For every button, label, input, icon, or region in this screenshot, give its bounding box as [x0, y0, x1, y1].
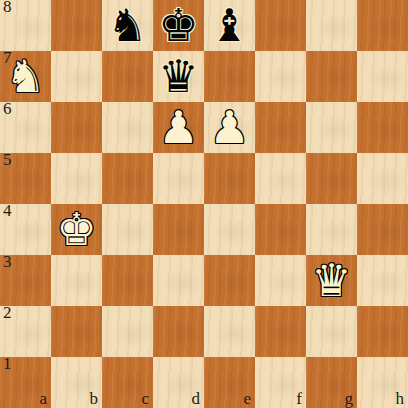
square-f4[interactable]	[255, 204, 306, 255]
square-c5[interactable]	[102, 153, 153, 204]
white-king-piece[interactable]: ♚	[56, 204, 96, 255]
square-e4[interactable]	[204, 204, 255, 255]
square-c8[interactable]: ♞	[102, 0, 153, 51]
chessboard: 8♞♚♝7♞♛6♟♟54♚3♛21abcdefgh	[0, 0, 408, 408]
square-b6[interactable]	[51, 102, 102, 153]
file-label-a: a	[39, 390, 47, 408]
square-a7[interactable]: 7♞	[0, 51, 51, 102]
square-f3[interactable]	[255, 255, 306, 306]
square-d4[interactable]	[153, 204, 204, 255]
square-b7[interactable]	[51, 51, 102, 102]
square-h1[interactable]: h	[357, 357, 408, 408]
square-f7[interactable]	[255, 51, 306, 102]
square-d3[interactable]	[153, 255, 204, 306]
square-d6[interactable]: ♟	[153, 102, 204, 153]
square-d2[interactable]	[153, 306, 204, 357]
square-c4[interactable]	[102, 204, 153, 255]
square-a4[interactable]: 4	[0, 204, 51, 255]
file-label-e: e	[243, 390, 251, 408]
square-e6[interactable]: ♟	[204, 102, 255, 153]
square-f8[interactable]	[255, 0, 306, 51]
square-b8[interactable]	[51, 0, 102, 51]
square-h3[interactable]	[357, 255, 408, 306]
square-e2[interactable]	[204, 306, 255, 357]
rank-label-2: 2	[3, 306, 12, 323]
file-label-d: d	[192, 390, 201, 408]
square-g2[interactable]	[306, 306, 357, 357]
square-g1[interactable]: g	[306, 357, 357, 408]
square-c3[interactable]	[102, 255, 153, 306]
file-label-f: f	[296, 390, 302, 408]
square-a2[interactable]: 2	[0, 306, 51, 357]
square-c1[interactable]: c	[102, 357, 153, 408]
square-h2[interactable]	[357, 306, 408, 357]
rank-label-4: 4	[3, 204, 12, 221]
file-label-b: b	[90, 390, 99, 408]
square-d5[interactable]	[153, 153, 204, 204]
square-h7[interactable]	[357, 51, 408, 102]
square-a8[interactable]: 8	[0, 0, 51, 51]
square-a6[interactable]: 6	[0, 102, 51, 153]
white-pawn-piece[interactable]: ♟	[209, 102, 249, 153]
square-g3[interactable]: ♛	[306, 255, 357, 306]
square-c2[interactable]	[102, 306, 153, 357]
square-e8[interactable]: ♝	[204, 0, 255, 51]
black-queen-piece[interactable]: ♛	[158, 51, 198, 102]
square-c7[interactable]	[102, 51, 153, 102]
square-f5[interactable]	[255, 153, 306, 204]
square-g8[interactable]	[306, 0, 357, 51]
square-c6[interactable]	[102, 102, 153, 153]
square-a1[interactable]: 1a	[0, 357, 51, 408]
square-a3[interactable]: 3	[0, 255, 51, 306]
square-e5[interactable]	[204, 153, 255, 204]
square-a5[interactable]: 5	[0, 153, 51, 204]
black-bishop-piece[interactable]: ♝	[209, 0, 249, 51]
square-b2[interactable]	[51, 306, 102, 357]
square-e3[interactable]	[204, 255, 255, 306]
square-b4[interactable]: ♚	[51, 204, 102, 255]
square-g5[interactable]	[306, 153, 357, 204]
rank-label-6: 6	[3, 102, 12, 119]
square-g6[interactable]	[306, 102, 357, 153]
square-d7[interactable]: ♛	[153, 51, 204, 102]
square-d1[interactable]: d	[153, 357, 204, 408]
white-pawn-piece[interactable]: ♟	[158, 102, 198, 153]
square-b1[interactable]: b	[51, 357, 102, 408]
file-label-g: g	[345, 390, 354, 408]
rank-label-1: 1	[3, 357, 12, 374]
square-d8[interactable]: ♚	[153, 0, 204, 51]
square-e7[interactable]	[204, 51, 255, 102]
square-f1[interactable]: f	[255, 357, 306, 408]
black-knight-piece[interactable]: ♞	[107, 0, 147, 51]
square-h8[interactable]	[357, 0, 408, 51]
white-queen-piece[interactable]: ♛	[311, 255, 351, 306]
file-label-c: c	[141, 390, 149, 408]
square-h5[interactable]	[357, 153, 408, 204]
square-f6[interactable]	[255, 102, 306, 153]
square-g7[interactable]	[306, 51, 357, 102]
square-f2[interactable]	[255, 306, 306, 357]
square-h4[interactable]	[357, 204, 408, 255]
rank-label-5: 5	[3, 153, 12, 170]
rank-label-3: 3	[3, 255, 12, 272]
square-e1[interactable]: e	[204, 357, 255, 408]
rank-label-8: 8	[3, 0, 12, 17]
square-h6[interactable]	[357, 102, 408, 153]
rank-label-7: 7	[3, 51, 12, 68]
file-label-h: h	[396, 390, 405, 408]
square-b5[interactable]	[51, 153, 102, 204]
square-b3[interactable]	[51, 255, 102, 306]
square-g4[interactable]	[306, 204, 357, 255]
black-king-piece[interactable]: ♚	[158, 0, 198, 51]
